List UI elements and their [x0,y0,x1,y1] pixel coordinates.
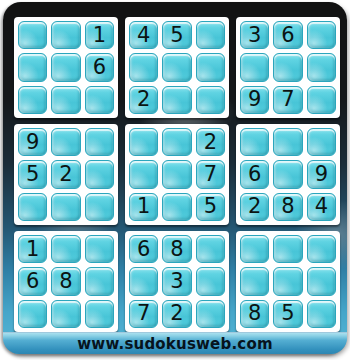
cell-r1c8: 6 [273,21,302,49]
cell-r5c6: 7 [196,160,225,188]
cell-r9c3[interactable] [85,300,114,328]
cell-r3c2[interactable] [51,86,80,114]
cell-r9c4: 7 [129,300,158,328]
cell-r8c3[interactable] [85,267,114,295]
cell-r4c5[interactable] [162,128,191,156]
cell-r5c2: 2 [51,160,80,188]
cell-r1c2[interactable] [51,21,80,49]
cell-r6c3[interactable] [85,193,114,221]
cell-r6c7: 2 [240,193,269,221]
cell-r3c6[interactable] [196,86,225,114]
cell-r6c1[interactable] [18,193,47,221]
cell-r2c1[interactable] [18,53,47,81]
cell-r7c3[interactable] [85,235,114,263]
cell-r2c7[interactable] [240,53,269,81]
cell-r9c2[interactable] [51,300,80,328]
cell-r8c9[interactable] [307,267,336,295]
cell-r1c5: 5 [162,21,191,49]
cell-r6c9: 4 [307,193,336,221]
cell-r3c5[interactable] [162,86,191,114]
cell-r3c4: 2 [129,86,158,114]
cell-r6c2[interactable] [51,193,80,221]
cell-r8c4[interactable] [129,267,158,295]
cell-r2c6[interactable] [196,53,225,81]
cell-r8c6[interactable] [196,267,225,295]
cell-r5c3[interactable] [85,160,114,188]
cell-r2c5[interactable] [162,53,191,81]
cell-r5c7: 6 [240,160,269,188]
cell-r6c5[interactable] [162,193,191,221]
cell-r9c9[interactable] [307,300,336,328]
site-url: www.sudokusweb.com [77,335,272,353]
cell-r5c9: 9 [307,160,336,188]
cell-r7c2[interactable] [51,235,80,263]
footer-bar: www.sudokusweb.com [3,332,347,354]
cell-r9c7: 8 [240,300,269,328]
cell-r7c4: 6 [129,235,158,263]
cell-r3c1[interactable] [18,86,47,114]
cell-r6c8: 8 [273,193,302,221]
cell-r2c8[interactable] [273,53,302,81]
cell-r9c5: 2 [162,300,191,328]
cell-r7c9[interactable] [307,235,336,263]
cell-r2c2[interactable] [51,53,80,81]
cell-r7c8[interactable] [273,235,302,263]
cell-r4c4[interactable] [129,128,158,156]
cell-r7c1: 1 [18,235,47,263]
cell-r3c7: 9 [240,86,269,114]
cell-r4c3[interactable] [85,128,114,156]
cell-r1c4: 4 [129,21,158,49]
cell-r7c5: 8 [162,235,191,263]
cell-r9c1[interactable] [18,300,47,328]
cell-r5c8[interactable] [273,160,302,188]
cell-r9c8: 5 [273,300,302,328]
cell-r2c9[interactable] [307,53,336,81]
cell-r5c4[interactable] [129,160,158,188]
cell-r8c1: 6 [18,267,47,295]
box-3-3: 85 [236,231,340,332]
box-1-2: 452 [125,17,229,118]
cell-r3c8: 7 [273,86,302,114]
cell-r8c7[interactable] [240,267,269,295]
cell-r1c1[interactable] [18,21,47,49]
cell-r7c7[interactable] [240,235,269,263]
box-2-1: 952 [14,124,118,225]
sudoku-app: 1645236979522715692841686837285 www.sudo… [0,0,350,360]
cell-r8c5: 3 [162,267,191,295]
cell-r1c3: 1 [85,21,114,49]
cell-r1c9[interactable] [307,21,336,49]
sudoku-board: 1645236979522715692841686837285 [14,17,340,332]
cell-r4c6: 2 [196,128,225,156]
box-1-3: 3697 [236,17,340,118]
box-3-2: 68372 [125,231,229,332]
box-1-1: 16 [14,17,118,118]
cell-r2c3: 6 [85,53,114,81]
cell-r4c7[interactable] [240,128,269,156]
cell-r4c9[interactable] [307,128,336,156]
box-3-1: 168 [14,231,118,332]
cell-r4c2[interactable] [51,128,80,156]
cell-r7c6[interactable] [196,235,225,263]
cell-r3c3[interactable] [85,86,114,114]
board-frame: 1645236979522715692841686837285 www.sudo… [3,2,347,354]
cell-r4c1: 9 [18,128,47,156]
cell-r4c8[interactable] [273,128,302,156]
cell-r9c6[interactable] [196,300,225,328]
cell-r2c4[interactable] [129,53,158,81]
cell-r1c7: 3 [240,21,269,49]
box-2-2: 2715 [125,124,229,225]
cell-r6c4: 1 [129,193,158,221]
cell-r5c5[interactable] [162,160,191,188]
cell-r8c2: 8 [51,267,80,295]
cell-r1c6[interactable] [196,21,225,49]
cell-r5c1: 5 [18,160,47,188]
cell-r3c9[interactable] [307,86,336,114]
cell-r6c6: 5 [196,193,225,221]
cell-r8c8[interactable] [273,267,302,295]
box-2-3: 69284 [236,124,340,225]
